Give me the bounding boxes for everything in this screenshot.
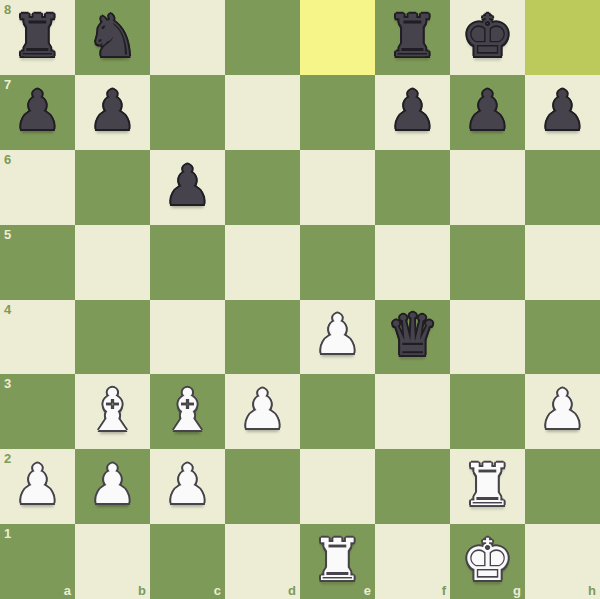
square-h1[interactable]: h xyxy=(525,524,600,599)
file-label-d: d xyxy=(288,584,296,597)
file-label-a: a xyxy=(64,584,71,597)
square-b1[interactable]: b xyxy=(75,524,150,599)
square-e4[interactable]: ♟ xyxy=(300,300,375,375)
square-b5[interactable] xyxy=(75,225,150,300)
square-g7[interactable]: ♟ xyxy=(450,75,525,150)
square-d1[interactable]: d xyxy=(225,524,300,599)
square-e8[interactable] xyxy=(300,0,375,75)
square-g4[interactable] xyxy=(450,300,525,375)
square-a6[interactable]: 6 xyxy=(0,150,75,225)
black-king-g8[interactable]: ♚ xyxy=(450,0,525,75)
square-a5[interactable]: 5 xyxy=(0,225,75,300)
square-d8[interactable] xyxy=(225,0,300,75)
square-c2[interactable]: ♟ xyxy=(150,449,225,524)
square-c7[interactable] xyxy=(150,75,225,150)
file-label-f: f xyxy=(442,584,446,597)
white-pawn-e4[interactable]: ♟ xyxy=(300,300,375,375)
square-a1[interactable]: 1a xyxy=(0,524,75,599)
square-g1[interactable]: g♚ xyxy=(450,524,525,599)
black-pawn-c6[interactable]: ♟ xyxy=(150,150,225,225)
rank-label-6: 6 xyxy=(4,153,11,166)
square-b4[interactable] xyxy=(75,300,150,375)
white-bishop-c3[interactable]: ♝ xyxy=(150,374,225,449)
square-c4[interactable] xyxy=(150,300,225,375)
square-b7[interactable]: ♟ xyxy=(75,75,150,150)
black-knight-b8[interactable]: ♞ xyxy=(75,0,150,75)
black-queen-f4[interactable]: ♛ xyxy=(375,300,450,375)
square-b2[interactable]: ♟ xyxy=(75,449,150,524)
black-pawn-g7[interactable]: ♟ xyxy=(450,75,525,150)
square-f2[interactable] xyxy=(375,449,450,524)
square-f7[interactable]: ♟ xyxy=(375,75,450,150)
square-f6[interactable] xyxy=(375,150,450,225)
square-h7[interactable]: ♟ xyxy=(525,75,600,150)
square-d6[interactable] xyxy=(225,150,300,225)
black-pawn-f7[interactable]: ♟ xyxy=(375,75,450,150)
square-h4[interactable] xyxy=(525,300,600,375)
black-rook-a8[interactable]: ♜ xyxy=(0,0,75,75)
file-label-h: h xyxy=(588,584,596,597)
square-e7[interactable] xyxy=(300,75,375,150)
rank-label-5: 5 xyxy=(4,228,11,241)
square-c1[interactable]: c xyxy=(150,524,225,599)
white-pawn-h3[interactable]: ♟ xyxy=(525,374,600,449)
square-f1[interactable]: f xyxy=(375,524,450,599)
square-f4[interactable]: ♛ xyxy=(375,300,450,375)
square-e2[interactable] xyxy=(300,449,375,524)
square-e5[interactable] xyxy=(300,225,375,300)
square-b8[interactable]: ♞ xyxy=(75,0,150,75)
chess-board: 8♜♞♜♚7♟♟♟♟♟6♟54♟♛3♝♝♟♟2♟♟♟♜1abcde♜fg♚h xyxy=(0,0,600,599)
square-g3[interactable] xyxy=(450,374,525,449)
square-c8[interactable] xyxy=(150,0,225,75)
square-b3[interactable]: ♝ xyxy=(75,374,150,449)
square-f8[interactable]: ♜ xyxy=(375,0,450,75)
black-rook-f8[interactable]: ♜ xyxy=(375,0,450,75)
square-g6[interactable] xyxy=(450,150,525,225)
square-d3[interactable]: ♟ xyxy=(225,374,300,449)
square-a4[interactable]: 4 xyxy=(0,300,75,375)
square-h5[interactable] xyxy=(525,225,600,300)
square-e1[interactable]: e♜ xyxy=(300,524,375,599)
square-g8[interactable]: ♚ xyxy=(450,0,525,75)
white-rook-g2[interactable]: ♜ xyxy=(450,449,525,524)
square-c3[interactable]: ♝ xyxy=(150,374,225,449)
white-pawn-c2[interactable]: ♟ xyxy=(150,449,225,524)
square-g5[interactable] xyxy=(450,225,525,300)
square-h2[interactable] xyxy=(525,449,600,524)
square-h3[interactable]: ♟ xyxy=(525,374,600,449)
white-bishop-b3[interactable]: ♝ xyxy=(75,374,150,449)
square-d7[interactable] xyxy=(225,75,300,150)
square-c5[interactable] xyxy=(150,225,225,300)
white-rook-e1[interactable]: ♜ xyxy=(300,524,375,599)
square-e6[interactable] xyxy=(300,150,375,225)
square-a8[interactable]: 8♜ xyxy=(0,0,75,75)
square-a3[interactable]: 3 xyxy=(0,374,75,449)
rank-label-4: 4 xyxy=(4,303,11,316)
square-f5[interactable] xyxy=(375,225,450,300)
square-c6[interactable]: ♟ xyxy=(150,150,225,225)
square-e3[interactable] xyxy=(300,374,375,449)
white-pawn-b2[interactable]: ♟ xyxy=(75,449,150,524)
file-label-c: c xyxy=(214,584,221,597)
white-king-g1[interactable]: ♚ xyxy=(450,524,525,599)
black-pawn-a7[interactable]: ♟ xyxy=(0,75,75,150)
rank-label-1: 1 xyxy=(4,527,11,540)
white-pawn-d3[interactable]: ♟ xyxy=(225,374,300,449)
white-pawn-a2[interactable]: ♟ xyxy=(0,449,75,524)
rank-label-3: 3 xyxy=(4,377,11,390)
square-d5[interactable] xyxy=(225,225,300,300)
file-label-b: b xyxy=(138,584,146,597)
square-h8[interactable] xyxy=(525,0,600,75)
black-pawn-h7[interactable]: ♟ xyxy=(525,75,600,150)
square-g2[interactable]: ♜ xyxy=(450,449,525,524)
square-d2[interactable] xyxy=(225,449,300,524)
square-a7[interactable]: 7♟ xyxy=(0,75,75,150)
square-b6[interactable] xyxy=(75,150,150,225)
black-pawn-b7[interactable]: ♟ xyxy=(75,75,150,150)
square-d4[interactable] xyxy=(225,300,300,375)
square-f3[interactable] xyxy=(375,374,450,449)
square-a2[interactable]: 2♟ xyxy=(0,449,75,524)
square-h6[interactable] xyxy=(525,150,600,225)
